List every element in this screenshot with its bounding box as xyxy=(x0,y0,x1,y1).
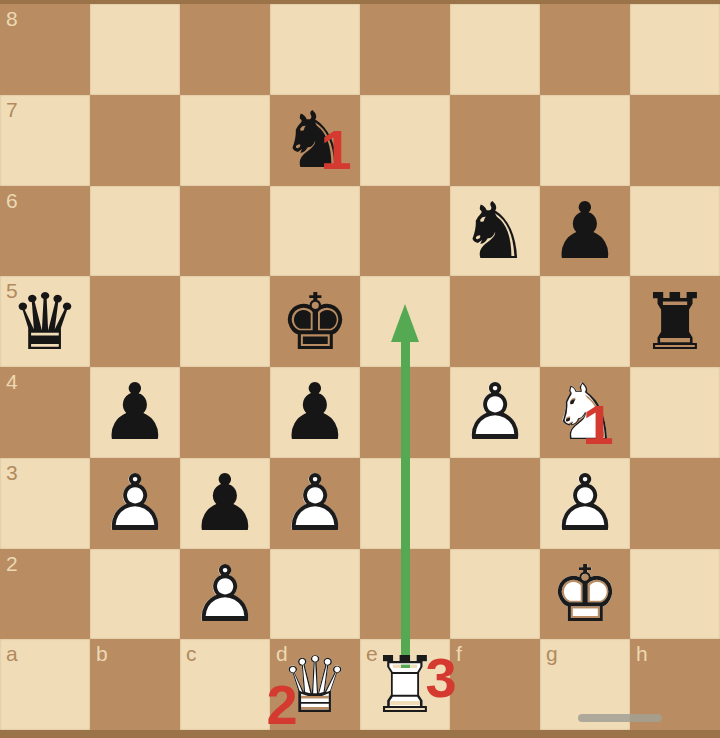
square-b8[interactable] xyxy=(90,4,180,95)
square-f3[interactable] xyxy=(450,458,540,549)
square-b7[interactable] xyxy=(90,95,180,186)
coord-rank-8: 8 xyxy=(6,7,18,31)
black-pawn-icon: ♟ xyxy=(180,458,270,549)
square-e7[interactable] xyxy=(360,95,450,186)
square-c6[interactable] xyxy=(180,186,270,277)
square-c4[interactable] xyxy=(180,367,270,458)
white-pawn-outline-icon: ♙ xyxy=(540,458,630,549)
square-a6[interactable]: 6 xyxy=(0,186,90,277)
move-arrow-head xyxy=(391,304,419,342)
coord-rank-6: 6 xyxy=(6,189,18,213)
square-h4[interactable] xyxy=(630,367,720,458)
black-rook-icon: ♜ xyxy=(630,276,720,367)
square-b6[interactable] xyxy=(90,186,180,277)
black-knight-icon: ♞ xyxy=(450,186,540,277)
square-g8[interactable] xyxy=(540,4,630,95)
piece-black-pawn-g6[interactable]: ♟ xyxy=(540,186,630,277)
white-king-outline-icon: ♔ xyxy=(540,549,630,640)
square-a8[interactable]: 8 xyxy=(0,4,90,95)
black-pawn-icon: ♟ xyxy=(270,367,360,458)
chess-board: 8765432abcdefgh♞♞♟♛♚♜♟♟♟♙♞♘♟♙♟♟♙♟♙♟♙♚♔♛♕… xyxy=(0,4,720,730)
square-d8[interactable] xyxy=(270,4,360,95)
square-f5[interactable] xyxy=(450,276,540,367)
square-b1[interactable]: b xyxy=(90,639,180,730)
annotation-number-1-g4: 1 xyxy=(582,397,613,453)
square-a2[interactable]: 2 xyxy=(0,549,90,640)
square-h8[interactable] xyxy=(630,4,720,95)
square-c5[interactable] xyxy=(180,276,270,367)
piece-black-knight-f6[interactable]: ♞ xyxy=(450,186,540,277)
square-b5[interactable] xyxy=(90,276,180,367)
square-e8[interactable] xyxy=(360,4,450,95)
coord-file-g: g xyxy=(546,642,558,666)
piece-black-rook-h5[interactable]: ♜ xyxy=(630,276,720,367)
piece-black-pawn-c3[interactable]: ♟ xyxy=(180,458,270,549)
coord-rank-4: 4 xyxy=(6,370,18,394)
square-h7[interactable] xyxy=(630,95,720,186)
square-h2[interactable] xyxy=(630,549,720,640)
piece-white-pawn-c2[interactable]: ♟♙ xyxy=(180,549,270,640)
square-c7[interactable] xyxy=(180,95,270,186)
square-f8[interactable] xyxy=(450,4,540,95)
square-b2[interactable] xyxy=(90,549,180,640)
piece-black-king-d5[interactable]: ♚ xyxy=(270,276,360,367)
square-a7[interactable]: 7 xyxy=(0,95,90,186)
piece-black-pawn-b4[interactable]: ♟ xyxy=(90,367,180,458)
square-f1[interactable]: f xyxy=(450,639,540,730)
square-e6[interactable] xyxy=(360,186,450,277)
coord-file-b: b xyxy=(96,642,108,666)
piece-white-pawn-g3[interactable]: ♟♙ xyxy=(540,458,630,549)
square-d6[interactable] xyxy=(270,186,360,277)
square-h6[interactable] xyxy=(630,186,720,277)
coord-rank-7: 7 xyxy=(6,98,18,122)
annotation-number-2-d1: 2 xyxy=(266,677,297,733)
square-c8[interactable] xyxy=(180,4,270,95)
square-c1[interactable]: c xyxy=(180,639,270,730)
white-pawn-outline-icon: ♙ xyxy=(90,458,180,549)
black-king-icon: ♚ xyxy=(270,276,360,367)
square-g5[interactable] xyxy=(540,276,630,367)
coord-file-h: h xyxy=(636,642,648,666)
square-f2[interactable] xyxy=(450,549,540,640)
white-pawn-outline-icon: ♙ xyxy=(180,549,270,640)
coord-file-a: a xyxy=(6,642,18,666)
coord-file-c: c xyxy=(186,642,197,666)
annotation-number-3-e1: 3 xyxy=(425,650,456,706)
square-h3[interactable] xyxy=(630,458,720,549)
piece-black-queen-a5[interactable]: ♛ xyxy=(0,276,90,367)
piece-black-pawn-d4[interactable]: ♟ xyxy=(270,367,360,458)
square-a4[interactable]: 4 xyxy=(0,367,90,458)
square-a1[interactable]: a xyxy=(0,639,90,730)
app-screen: 8765432abcdefgh♞♞♟♛♚♜♟♟♟♙♞♘♟♙♟♟♙♟♙♟♙♚♔♛♕… xyxy=(0,0,720,738)
square-d2[interactable] xyxy=(270,549,360,640)
grey-bar-artifact xyxy=(578,714,662,722)
square-g7[interactable] xyxy=(540,95,630,186)
black-queen-icon: ♛ xyxy=(0,276,90,367)
coord-file-f: f xyxy=(456,642,462,666)
piece-white-king-g2[interactable]: ♚♔ xyxy=(540,549,630,640)
piece-white-pawn-b3[interactable]: ♟♙ xyxy=(90,458,180,549)
square-f7[interactable] xyxy=(450,95,540,186)
square-a3[interactable]: 3 xyxy=(0,458,90,549)
piece-white-pawn-d3[interactable]: ♟♙ xyxy=(270,458,360,549)
white-pawn-outline-icon: ♙ xyxy=(450,367,540,458)
coord-rank-3: 3 xyxy=(6,461,18,485)
coord-rank-2: 2 xyxy=(6,552,18,576)
white-pawn-outline-icon: ♙ xyxy=(270,458,360,549)
black-pawn-icon: ♟ xyxy=(540,186,630,277)
annotation-number-1-d7: 1 xyxy=(320,122,351,178)
black-pawn-icon: ♟ xyxy=(90,367,180,458)
piece-white-pawn-f4[interactable]: ♟♙ xyxy=(450,367,540,458)
